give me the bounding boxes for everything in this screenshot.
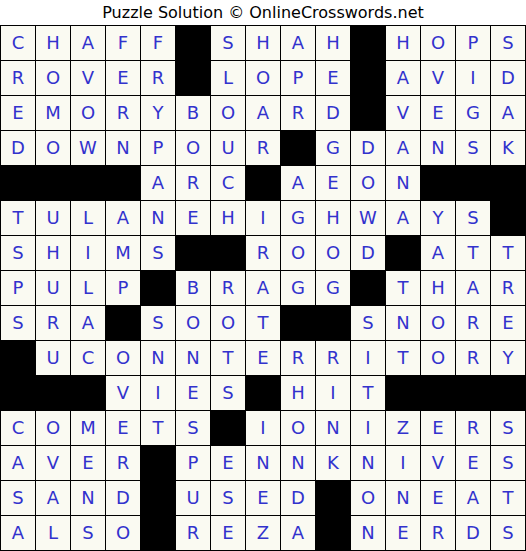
letter-cell: E — [316, 61, 350, 95]
letter-cell: N — [106, 131, 140, 165]
letter-cell: S — [211, 376, 245, 410]
letter-cell: C — [71, 341, 105, 375]
letter-cell: S — [351, 306, 385, 340]
page-title: Puzzle Solution © OnlineCrosswords.net — [0, 0, 526, 25]
letter-cell: V — [421, 446, 455, 480]
letter-cell: N — [316, 411, 350, 445]
letter-cell: A — [71, 306, 105, 340]
letter-cell: K — [491, 131, 525, 165]
black-cell — [281, 306, 315, 340]
letter-cell: E — [316, 166, 350, 200]
black-cell — [316, 516, 350, 550]
letter-cell: A — [421, 236, 455, 270]
letter-cell: H — [316, 26, 350, 60]
letter-cell: O — [316, 236, 350, 270]
black-cell — [246, 166, 280, 200]
black-cell — [211, 411, 245, 445]
letter-cell: T — [141, 411, 175, 445]
letter-cell: O — [36, 411, 70, 445]
letter-cell: O — [246, 61, 280, 95]
letter-cell: H — [246, 26, 280, 60]
letter-cell: H — [211, 201, 245, 235]
letter-cell: T — [386, 271, 420, 305]
letter-cell: E — [211, 446, 245, 480]
letter-cell: C — [211, 166, 245, 200]
letter-cell: D — [316, 96, 350, 130]
letter-cell: A — [246, 96, 280, 130]
letter-cell: O — [421, 26, 455, 60]
letter-cell: A — [386, 201, 420, 235]
letter-cell: O — [421, 306, 455, 340]
letter-cell: I — [141, 376, 175, 410]
letter-cell: D — [106, 481, 140, 515]
letter-cell: D — [281, 481, 315, 515]
letter-cell: A — [141, 166, 175, 200]
letter-cell: A — [1, 516, 35, 550]
black-cell — [36, 376, 70, 410]
letter-cell: P — [1, 271, 35, 305]
letter-cell: D — [351, 131, 385, 165]
letter-cell: A — [281, 26, 315, 60]
black-cell — [246, 376, 280, 410]
letter-cell: A — [491, 96, 525, 130]
letter-cell: O — [281, 411, 315, 445]
letter-cell: V — [421, 61, 455, 95]
letter-cell: A — [246, 271, 280, 305]
letter-cell: R — [176, 166, 210, 200]
letter-cell: S — [491, 411, 525, 445]
letter-cell: Y — [421, 201, 455, 235]
letter-cell: L — [211, 61, 245, 95]
letter-cell: R — [281, 341, 315, 375]
letter-cell: R — [456, 341, 490, 375]
letter-cell: T — [491, 236, 525, 270]
letter-cell: S — [211, 481, 245, 515]
letter-cell: U — [36, 201, 70, 235]
letter-cell: V — [36, 446, 70, 480]
letter-cell: O — [176, 306, 210, 340]
letter-cell: R — [421, 516, 455, 550]
letter-cell: H — [316, 201, 350, 235]
letter-cell: Z — [246, 516, 280, 550]
letter-cell: U — [176, 481, 210, 515]
letter-cell: P — [281, 61, 315, 95]
letter-cell: W — [71, 131, 105, 165]
letter-cell: O — [71, 96, 105, 130]
black-cell — [71, 376, 105, 410]
letter-cell: Y — [491, 341, 525, 375]
letter-cell: N — [141, 201, 175, 235]
letter-cell: D — [1, 131, 35, 165]
letter-cell: H — [36, 236, 70, 270]
letter-cell: H — [421, 271, 455, 305]
letter-cell: S — [71, 516, 105, 550]
letter-cell: G — [456, 96, 490, 130]
letter-cell: G — [316, 271, 350, 305]
letter-cell: E — [421, 481, 455, 515]
letter-cell: R — [1, 61, 35, 95]
letter-cell: B — [176, 96, 210, 130]
black-cell — [71, 166, 105, 200]
letter-cell: S — [1, 236, 35, 270]
black-cell — [456, 376, 490, 410]
black-cell — [491, 376, 525, 410]
letter-cell: N — [386, 481, 420, 515]
letter-cell: R — [456, 306, 490, 340]
letter-cell: S — [141, 236, 175, 270]
letter-cell: U — [211, 131, 245, 165]
letter-cell: E — [176, 201, 210, 235]
letter-cell: E — [421, 96, 455, 130]
black-cell — [141, 446, 175, 480]
letter-cell: S — [1, 306, 35, 340]
letter-cell: A — [456, 271, 490, 305]
letter-cell: E — [106, 411, 140, 445]
letter-cell: E — [421, 411, 455, 445]
letter-cell: E — [106, 61, 140, 95]
letter-cell: S — [491, 26, 525, 60]
letter-cell: A — [1, 446, 35, 480]
letter-cell: S — [491, 516, 525, 550]
black-cell — [281, 131, 315, 165]
letter-cell: L — [71, 271, 105, 305]
letter-cell: N — [421, 131, 455, 165]
letter-cell: T — [386, 341, 420, 375]
black-cell — [351, 26, 385, 60]
black-cell — [316, 306, 350, 340]
letter-cell: C — [1, 26, 35, 60]
letter-cell: A — [71, 26, 105, 60]
letter-cell: R — [106, 96, 140, 130]
letter-cell: N — [386, 306, 420, 340]
letter-cell: E — [211, 516, 245, 550]
letter-cell: G — [281, 201, 315, 235]
letter-cell: R — [211, 271, 245, 305]
letter-cell: O — [36, 131, 70, 165]
black-cell — [36, 166, 70, 200]
letter-cell: T — [246, 306, 280, 340]
letter-cell: S — [211, 26, 245, 60]
letter-cell: R — [106, 446, 140, 480]
letter-cell: T — [491, 481, 525, 515]
letter-cell: V — [386, 96, 420, 130]
letter-cell: Z — [386, 411, 420, 445]
black-cell — [316, 481, 350, 515]
letter-cell: R — [246, 236, 280, 270]
letter-cell: O — [351, 481, 385, 515]
letter-cell: E — [246, 341, 280, 375]
letter-cell: S — [456, 131, 490, 165]
letter-cell: K — [316, 446, 350, 480]
black-cell — [421, 376, 455, 410]
letter-cell: I — [316, 376, 350, 410]
letter-cell: I — [71, 236, 105, 270]
black-cell — [141, 271, 175, 305]
letter-cell: D — [491, 61, 525, 95]
letter-cell: R — [281, 96, 315, 130]
letter-cell: E — [1, 96, 35, 130]
letter-cell: O — [176, 131, 210, 165]
black-cell — [351, 61, 385, 95]
black-cell — [211, 236, 245, 270]
letter-cell: O — [211, 96, 245, 130]
letter-cell: D — [351, 236, 385, 270]
letter-cell: E — [386, 516, 420, 550]
letter-cell: S — [456, 201, 490, 235]
letter-cell: A — [36, 481, 70, 515]
black-cell — [491, 166, 525, 200]
letter-cell: P — [106, 271, 140, 305]
black-cell — [421, 166, 455, 200]
letter-cell: S — [141, 306, 175, 340]
letter-cell: H — [281, 376, 315, 410]
letter-cell: O — [106, 516, 140, 550]
letter-cell: T — [1, 201, 35, 235]
letter-cell: T — [351, 376, 385, 410]
letter-cell: T — [456, 236, 490, 270]
letter-cell: O — [36, 61, 70, 95]
letter-cell: A — [281, 166, 315, 200]
letter-cell: F — [106, 26, 140, 60]
letter-cell: R — [141, 61, 175, 95]
letter-cell: P — [141, 131, 175, 165]
letter-cell: H — [36, 26, 70, 60]
puzzle-solution-page: Puzzle Solution © OnlineCrosswords.net C… — [0, 0, 526, 551]
letter-cell: N — [386, 166, 420, 200]
letter-cell: P — [456, 26, 490, 60]
letter-cell: N — [351, 516, 385, 550]
letter-cell: R — [246, 131, 280, 165]
black-cell — [1, 376, 35, 410]
black-cell — [351, 96, 385, 130]
black-cell — [1, 341, 35, 375]
letter-cell: E — [71, 446, 105, 480]
letter-cell: S — [176, 411, 210, 445]
letter-cell: D — [456, 516, 490, 550]
letter-cell: W — [351, 201, 385, 235]
letter-cell: R — [176, 516, 210, 550]
letter-cell: R — [456, 411, 490, 445]
letter-cell: A — [386, 131, 420, 165]
letter-cell: U — [36, 271, 70, 305]
letter-cell: I — [246, 201, 280, 235]
letter-cell: G — [316, 131, 350, 165]
letter-cell: Y — [141, 96, 175, 130]
black-cell — [176, 61, 210, 95]
letter-cell: R — [316, 341, 350, 375]
letter-cell: E — [456, 446, 490, 480]
letter-cell: N — [141, 341, 175, 375]
letter-cell: E — [246, 481, 280, 515]
letter-cell: O — [281, 236, 315, 270]
letter-cell: E — [176, 376, 210, 410]
letter-cell: O — [211, 306, 245, 340]
black-cell — [386, 236, 420, 270]
letter-cell: S — [1, 481, 35, 515]
black-cell — [351, 271, 385, 305]
letter-cell: V — [71, 61, 105, 95]
letter-cell: F — [141, 26, 175, 60]
letter-cell: L — [36, 516, 70, 550]
letter-cell: N — [351, 446, 385, 480]
black-cell — [176, 236, 210, 270]
letter-cell: O — [421, 341, 455, 375]
letter-cell: M — [71, 411, 105, 445]
letter-cell: O — [106, 341, 140, 375]
letter-cell: N — [176, 341, 210, 375]
letter-cell: L — [71, 201, 105, 235]
letter-cell: C — [1, 411, 35, 445]
letter-cell: A — [386, 61, 420, 95]
letter-cell: I — [456, 61, 490, 95]
letter-cell: B — [176, 271, 210, 305]
letter-cell: V — [106, 376, 140, 410]
black-cell — [106, 166, 140, 200]
black-cell — [106, 306, 140, 340]
letter-cell: I — [351, 341, 385, 375]
letter-cell: N — [71, 481, 105, 515]
letter-cell: I — [386, 446, 420, 480]
letter-cell: N — [246, 446, 280, 480]
letter-cell: A — [106, 201, 140, 235]
black-cell — [386, 376, 420, 410]
black-cell — [456, 166, 490, 200]
letter-cell: P — [176, 446, 210, 480]
letter-cell: U — [36, 341, 70, 375]
letter-cell: H — [386, 26, 420, 60]
black-cell — [141, 516, 175, 550]
letter-cell: I — [351, 411, 385, 445]
black-cell — [176, 26, 210, 60]
black-cell — [141, 481, 175, 515]
letter-cell: M — [106, 236, 140, 270]
letter-cell: N — [281, 446, 315, 480]
letter-cell: A — [281, 516, 315, 550]
crossword-grid: CHAFFSHAHHOPSROVERLOPEAVIDEMORYBOARDVEGA… — [0, 25, 526, 551]
black-cell — [1, 166, 35, 200]
letter-cell: O — [351, 166, 385, 200]
letter-cell: R — [36, 306, 70, 340]
letter-cell: I — [246, 411, 280, 445]
letter-cell: M — [36, 96, 70, 130]
black-cell — [491, 201, 525, 235]
letter-cell: E — [491, 306, 525, 340]
letter-cell: S — [491, 446, 525, 480]
letter-cell: T — [211, 341, 245, 375]
letter-cell: G — [281, 271, 315, 305]
letter-cell: A — [456, 481, 490, 515]
letter-cell: R — [491, 271, 525, 305]
